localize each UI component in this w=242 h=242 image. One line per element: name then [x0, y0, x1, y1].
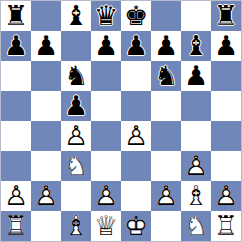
black-bishop: ♝	[181, 31, 211, 61]
piece-glyph: ♟	[151, 31, 181, 61]
square-a3[interactable]	[1, 151, 31, 181]
piece-outline-glyph: ♖	[1, 211, 31, 241]
piece-outline-glyph: ♗	[61, 211, 91, 241]
piece-glyph: ♜	[211, 1, 241, 31]
white-pawn: ♟♙	[211, 181, 241, 211]
piece-glyph: ♟	[31, 31, 61, 61]
white-rook: ♜♖	[1, 211, 31, 241]
piece-outline-glyph: ♙	[151, 181, 181, 211]
square-c5[interactable]: ♟	[61, 91, 91, 121]
square-d7[interactable]: ♟	[91, 31, 121, 61]
piece-outline-glyph: ♙	[31, 181, 61, 211]
square-g8[interactable]	[181, 1, 211, 31]
square-a5[interactable]	[1, 91, 31, 121]
square-g5[interactable]	[181, 91, 211, 121]
square-h7[interactable]: ♟	[211, 31, 241, 61]
square-f3[interactable]	[151, 151, 181, 181]
square-f2[interactable]: ♟♙	[151, 181, 181, 211]
black-rook: ♜	[1, 1, 31, 31]
white-bishop: ♝♗	[61, 211, 91, 241]
square-g7[interactable]: ♝	[181, 31, 211, 61]
square-f5[interactable]	[151, 91, 181, 121]
piece-outline-glyph: ♔	[121, 211, 151, 241]
piece-glyph: ♟	[61, 91, 91, 121]
black-pawn: ♟	[61, 91, 91, 121]
piece-outline-glyph: ♘	[61, 151, 91, 181]
square-b1[interactable]	[31, 211, 61, 241]
black-king: ♚	[121, 1, 151, 31]
white-knight: ♞♘	[181, 211, 211, 241]
square-e3[interactable]	[121, 151, 151, 181]
piece-outline-glyph: ♖	[211, 211, 241, 241]
square-g6[interactable]: ♟	[181, 61, 211, 91]
square-h5[interactable]	[211, 91, 241, 121]
square-c8[interactable]: ♝	[61, 1, 91, 31]
square-b7[interactable]: ♟	[31, 31, 61, 61]
square-e6[interactable]	[121, 61, 151, 91]
piece-outline-glyph: ♕	[91, 211, 121, 241]
piece-outline-glyph: ♙	[121, 121, 151, 151]
square-d2[interactable]: ♟♙	[91, 181, 121, 211]
square-a8[interactable]: ♜	[1, 1, 31, 31]
white-king: ♚♔	[121, 211, 151, 241]
square-b2[interactable]: ♟♙	[31, 181, 61, 211]
square-d6[interactable]	[91, 61, 121, 91]
square-e7[interactable]: ♟	[121, 31, 151, 61]
square-a2[interactable]: ♟♙	[1, 181, 31, 211]
white-queen: ♛♕	[91, 211, 121, 241]
piece-glyph: ♟	[211, 31, 241, 61]
square-a7[interactable]: ♟	[1, 31, 31, 61]
square-g4[interactable]	[181, 121, 211, 151]
white-rook: ♜♖	[211, 211, 241, 241]
square-f1[interactable]	[151, 211, 181, 241]
white-pawn: ♟♙	[1, 181, 31, 211]
black-knight: ♞	[61, 61, 91, 91]
white-pawn: ♟♙	[91, 181, 121, 211]
piece-glyph: ♟	[121, 31, 151, 61]
white-pawn: ♟♙	[61, 121, 91, 151]
square-g2[interactable]: ♝♗	[181, 181, 211, 211]
black-pawn: ♟	[211, 31, 241, 61]
square-e1[interactable]: ♚♔	[121, 211, 151, 241]
piece-outline-glyph: ♙	[91, 181, 121, 211]
white-pawn: ♟♙	[181, 151, 211, 181]
square-c1[interactable]: ♝♗	[61, 211, 91, 241]
square-h3[interactable]	[211, 151, 241, 181]
black-rook: ♜	[211, 1, 241, 31]
square-a1[interactable]: ♜♖	[1, 211, 31, 241]
square-b4[interactable]	[31, 121, 61, 151]
piece-glyph: ♝	[61, 1, 91, 31]
square-b8[interactable]	[31, 1, 61, 31]
piece-outline-glyph: ♘	[181, 211, 211, 241]
square-f7[interactable]: ♟	[151, 31, 181, 61]
piece-glyph: ♟	[181, 61, 211, 91]
piece-outline-glyph: ♙	[181, 151, 211, 181]
black-pawn: ♟	[151, 31, 181, 61]
square-b5[interactable]	[31, 91, 61, 121]
square-c2[interactable]	[61, 181, 91, 211]
white-pawn: ♟♙	[121, 121, 151, 151]
square-e5[interactable]	[121, 91, 151, 121]
piece-glyph: ♟	[91, 31, 121, 61]
black-bishop: ♝	[61, 1, 91, 31]
piece-outline-glyph: ♙	[61, 121, 91, 151]
square-d3[interactable]	[91, 151, 121, 181]
black-pawn: ♟	[121, 31, 151, 61]
square-c6[interactable]: ♞	[61, 61, 91, 91]
square-e4[interactable]: ♟♙	[121, 121, 151, 151]
square-f8[interactable]	[151, 1, 181, 31]
square-a4[interactable]	[1, 121, 31, 151]
square-f4[interactable]	[151, 121, 181, 151]
piece-glyph: ♟	[1, 31, 31, 61]
piece-glyph: ♝	[181, 31, 211, 61]
white-pawn: ♟♙	[31, 181, 61, 211]
square-d4[interactable]	[91, 121, 121, 151]
black-queen: ♛	[91, 1, 121, 31]
black-knight: ♞	[151, 61, 181, 91]
square-d8[interactable]: ♛	[91, 1, 121, 31]
square-a6[interactable]	[1, 61, 31, 91]
piece-glyph: ♞	[61, 61, 91, 91]
square-h2[interactable]: ♟♙	[211, 181, 241, 211]
square-b6[interactable]	[31, 61, 61, 91]
white-pawn: ♟♙	[151, 181, 181, 211]
square-e8[interactable]: ♚	[121, 1, 151, 31]
square-b3[interactable]	[31, 151, 61, 181]
square-h6[interactable]	[211, 61, 241, 91]
square-c3[interactable]: ♞♘	[61, 151, 91, 181]
square-e2[interactable]	[121, 181, 151, 211]
piece-glyph: ♜	[1, 1, 31, 31]
square-c7[interactable]	[61, 31, 91, 61]
square-h8[interactable]: ♜	[211, 1, 241, 31]
chess-board: ♜♝♛♚♜♟♟♟♟♟♝♟♞♞♟♟♟♙♟♙♞♘♟♙♟♙♟♙♟♙♟♙♝♗♟♙♜♖♝♗…	[1, 1, 241, 241]
square-f6[interactable]: ♞	[151, 61, 181, 91]
black-pawn: ♟	[31, 31, 61, 61]
square-h1[interactable]: ♜♖	[211, 211, 241, 241]
square-d1[interactable]: ♛♕	[91, 211, 121, 241]
square-c4[interactable]: ♟♙	[61, 121, 91, 151]
square-d5[interactable]	[91, 91, 121, 121]
piece-glyph: ♛	[91, 1, 121, 31]
piece-outline-glyph: ♙	[211, 181, 241, 211]
white-knight: ♞♘	[61, 151, 91, 181]
white-bishop: ♝♗	[181, 181, 211, 211]
chess-board-frame: ♜♝♛♚♜♟♟♟♟♟♝♟♞♞♟♟♟♙♟♙♞♘♟♙♟♙♟♙♟♙♟♙♝♗♟♙♜♖♝♗…	[0, 0, 242, 242]
piece-glyph: ♞	[151, 61, 181, 91]
piece-glyph: ♚	[121, 1, 151, 31]
square-g3[interactable]: ♟♙	[181, 151, 211, 181]
black-pawn: ♟	[181, 61, 211, 91]
square-g1[interactable]: ♞♘	[181, 211, 211, 241]
piece-outline-glyph: ♙	[1, 181, 31, 211]
black-pawn: ♟	[1, 31, 31, 61]
square-h4[interactable]	[211, 121, 241, 151]
piece-outline-glyph: ♗	[181, 181, 211, 211]
black-pawn: ♟	[91, 31, 121, 61]
